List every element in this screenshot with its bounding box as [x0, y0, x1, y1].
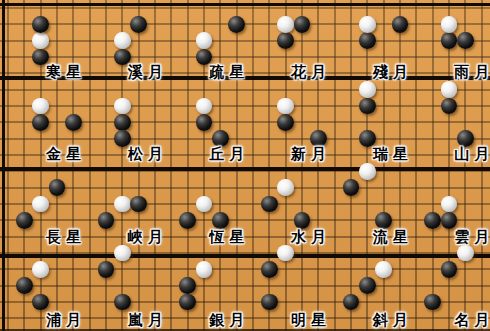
black-stone	[343, 294, 360, 311]
black-stone	[228, 16, 245, 33]
opening-tile-12[interactable]: 山月	[408, 83, 490, 166]
opening-tile-3[interactable]: 疏星	[163, 0, 245, 83]
white-stone	[375, 261, 392, 278]
black-stone	[32, 294, 49, 311]
opening-name: 長星	[41, 228, 86, 247]
black-stone	[130, 196, 147, 213]
opening-name: 瑞星	[368, 145, 413, 164]
black-stone	[441, 261, 458, 278]
opening-tile-9[interactable]: 丘月	[163, 83, 245, 166]
white-stone	[114, 196, 131, 213]
opening-tile-20[interactable]: 嵐月	[82, 248, 164, 331]
opening-name: 金星	[41, 145, 86, 164]
white-stone	[359, 163, 376, 180]
opening-tile-22[interactable]: 明星	[245, 248, 327, 331]
opening-tile-15[interactable]: 恆星	[163, 166, 245, 249]
white-stone	[277, 245, 294, 262]
opening-tile-19[interactable]: 浦月	[0, 248, 82, 331]
opening-name: 嵐月	[123, 310, 168, 329]
opening-tile-14[interactable]: 峽月	[82, 166, 164, 249]
white-stone	[196, 98, 213, 115]
black-stone	[16, 212, 33, 229]
opening-tile-8[interactable]: 松月	[82, 83, 164, 166]
white-stone	[359, 16, 376, 33]
black-stone	[343, 179, 360, 196]
opening-name: 浦月	[41, 310, 86, 329]
black-stone	[49, 179, 66, 196]
black-stone	[392, 16, 409, 33]
black-stone	[457, 32, 474, 49]
black-stone	[424, 212, 441, 229]
white-stone	[441, 16, 458, 33]
renju-opening-chart-board: 寒星溪月疏星花月殘月雨月金星松月丘月新月瑞星山月長星峽月恆星水月流星雲月浦月嵐月…	[0, 0, 490, 331]
black-stone	[294, 212, 311, 229]
opening-name: 雨月	[449, 62, 490, 81]
black-stone	[179, 212, 196, 229]
opening-name: 花月	[286, 62, 331, 81]
opening-name: 峽月	[123, 228, 168, 247]
black-stone	[114, 114, 131, 131]
black-stone	[130, 16, 147, 33]
opening-tile-21[interactable]: 銀月	[163, 248, 245, 331]
black-stone	[441, 212, 458, 229]
opening-tile-4[interactable]: 花月	[245, 0, 327, 83]
white-stone	[196, 196, 213, 213]
opening-tile-17[interactable]: 流星	[327, 166, 409, 249]
black-stone	[359, 32, 376, 49]
black-stone	[98, 212, 115, 229]
white-stone	[196, 32, 213, 49]
opening-tile-24[interactable]: 名月	[408, 248, 490, 331]
opening-name: 新月	[286, 145, 331, 164]
white-stone	[114, 98, 131, 115]
black-stone	[179, 294, 196, 311]
opening-name: 山月	[449, 145, 490, 164]
white-stone	[277, 16, 294, 33]
black-stone	[65, 114, 82, 131]
black-stone	[261, 196, 278, 213]
opening-tile-23[interactable]: 斜月	[327, 248, 409, 331]
black-stone	[32, 16, 49, 33]
opening-name: 殘月	[368, 62, 413, 81]
opening-name: 流星	[368, 228, 413, 247]
white-stone	[277, 98, 294, 115]
black-stone	[294, 16, 311, 33]
black-stone	[16, 277, 33, 294]
opening-tile-6[interactable]: 雨月	[408, 0, 490, 83]
white-stone	[441, 81, 458, 98]
opening-tile-11[interactable]: 瑞星	[327, 83, 409, 166]
opening-name: 斜月	[368, 310, 413, 329]
black-stone	[196, 114, 213, 131]
opening-name: 水月	[286, 228, 331, 247]
black-stone	[441, 32, 458, 49]
opening-name: 松月	[123, 145, 168, 164]
black-stone	[179, 277, 196, 294]
white-stone	[32, 98, 49, 115]
white-stone	[32, 32, 49, 49]
black-stone	[359, 277, 376, 294]
white-stone	[196, 261, 213, 278]
white-stone	[277, 179, 294, 196]
black-stone	[212, 212, 229, 229]
black-stone	[277, 114, 294, 131]
opening-name: 名月	[449, 310, 490, 329]
black-stone	[114, 294, 131, 311]
opening-name: 明星	[286, 310, 331, 329]
black-stone	[441, 98, 458, 115]
black-stone	[98, 261, 115, 278]
white-stone	[114, 245, 131, 262]
white-stone	[32, 196, 49, 213]
opening-tile-1[interactable]: 寒星	[0, 0, 82, 83]
opening-name: 丘月	[204, 145, 249, 164]
black-stone	[261, 294, 278, 311]
white-stone	[114, 32, 131, 49]
opening-tile-2[interactable]: 溪月	[82, 0, 164, 83]
black-stone	[261, 261, 278, 278]
opening-name: 雲月	[449, 228, 490, 247]
opening-tile-5[interactable]: 殘月	[327, 0, 409, 83]
opening-tile-13[interactable]: 長星	[0, 166, 82, 249]
white-stone	[359, 81, 376, 98]
black-stone	[277, 32, 294, 49]
black-stone	[359, 98, 376, 115]
black-stone	[424, 294, 441, 311]
opening-name: 銀月	[204, 310, 249, 329]
white-stone	[457, 245, 474, 262]
white-stone	[441, 196, 458, 213]
opening-name: 溪月	[123, 62, 168, 81]
opening-tile-18[interactable]: 雲月	[408, 166, 490, 249]
opening-tile-10[interactable]: 新月	[245, 83, 327, 166]
opening-name: 寒星	[41, 62, 86, 81]
opening-tile-7[interactable]: 金星	[0, 83, 82, 166]
black-stone	[32, 114, 49, 131]
white-stone	[32, 261, 49, 278]
opening-tile-16[interactable]: 水月	[245, 166, 327, 249]
opening-name: 疏星	[204, 62, 249, 81]
black-stone	[375, 212, 392, 229]
opening-name: 恆星	[204, 228, 249, 247]
